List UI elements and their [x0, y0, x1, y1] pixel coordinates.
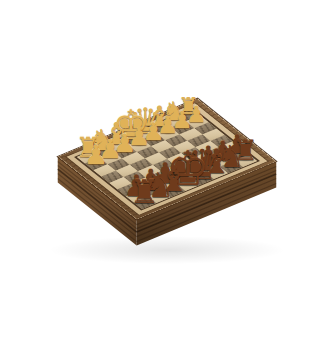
chess-set-photo: ♜♞♝♛♚♝♞♜♟♟♟♟♟♟♟♟♟♟♟♟♟♟♟♟♜♞♝♛♚♝♞♜ — [33, 0, 288, 340]
contact-shadow — [49, 236, 285, 264]
